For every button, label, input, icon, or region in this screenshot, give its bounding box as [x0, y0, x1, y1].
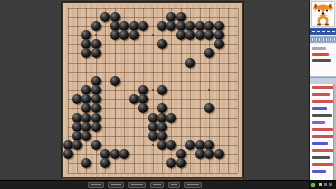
- sidebar-tab-3[interactable]: [318, 37, 321, 42]
- star-point: [152, 144, 154, 146]
- text-line: [312, 121, 325, 124]
- black-stone: [63, 149, 73, 159]
- black-stone: [204, 149, 214, 159]
- black-stone: [81, 103, 91, 113]
- black-stone: [119, 30, 129, 40]
- black-stone: [204, 103, 214, 113]
- text-line: [312, 47, 326, 50]
- text-line: [312, 107, 327, 110]
- black-stone: [100, 12, 110, 22]
- black-stone: [166, 21, 176, 31]
- text-line: [312, 128, 333, 131]
- text-line: [312, 93, 330, 96]
- black-stone: [176, 158, 186, 168]
- black-stone: [204, 30, 214, 40]
- text-line: [312, 163, 335, 166]
- black-stone: [166, 140, 176, 150]
- black-stone: [157, 39, 167, 49]
- black-stone: [119, 149, 129, 159]
- title-text: [322, 31, 325, 32]
- sidebar-tab-5[interactable]: [325, 37, 328, 42]
- black-stone: [129, 30, 139, 40]
- grid-line: [238, 8, 239, 173]
- sidebar-tab-6[interactable]: [329, 37, 332, 42]
- sidebar-tab-bar[interactable]: [310, 36, 336, 43]
- online-status-icon: [311, 183, 315, 187]
- black-stone: [100, 158, 110, 168]
- title-text: [312, 31, 315, 32]
- sidebar-tab-7[interactable]: [333, 37, 336, 42]
- toolbar-button-5[interactable]: [168, 182, 180, 188]
- title-text: [332, 31, 335, 32]
- toolbar-button-3[interactable]: [128, 182, 146, 188]
- text-line: [312, 53, 329, 56]
- app-window: [0, 0, 336, 189]
- sidebar: [309, 0, 336, 180]
- black-stone: [185, 30, 195, 40]
- text-line: [312, 149, 334, 152]
- star-point: [152, 34, 154, 36]
- black-stone: [138, 21, 148, 31]
- black-stone: [185, 140, 195, 150]
- title-text: [317, 31, 320, 32]
- black-stone: [138, 103, 148, 113]
- black-stone: [81, 113, 91, 123]
- black-stone: [157, 85, 167, 95]
- black-stone: [91, 140, 101, 150]
- status-bar: [309, 181, 336, 189]
- black-stone: [110, 76, 120, 86]
- black-stone: [166, 113, 176, 123]
- sidebar-tab-4[interactable]: [322, 37, 325, 42]
- sidebar-tab-1[interactable]: [311, 37, 314, 42]
- grid-line: [228, 8, 229, 173]
- player-info-panel: [310, 44, 336, 77]
- bottom-toolbar: [0, 180, 336, 189]
- black-stone: [91, 103, 101, 113]
- panel-divider: [310, 77, 336, 84]
- star-point: [95, 34, 97, 36]
- black-stone: [91, 48, 101, 58]
- black-stone: [214, 39, 224, 49]
- toolbar-button-2[interactable]: [108, 182, 124, 188]
- status-indicator: [324, 183, 327, 186]
- black-stone: [214, 149, 224, 159]
- toolbar-button-1[interactable]: [88, 182, 104, 188]
- text-line: [312, 114, 332, 117]
- title-text: [327, 31, 330, 32]
- toolbar-button-4[interactable]: [150, 182, 164, 188]
- black-stone: [81, 131, 91, 141]
- black-stone: [81, 48, 91, 58]
- status-indicator: [329, 183, 332, 186]
- status-indicator: [319, 183, 322, 186]
- black-stone: [81, 158, 91, 168]
- text-line: [312, 86, 334, 89]
- text-line: [312, 170, 326, 173]
- grid-line: [68, 163, 238, 164]
- fox-logo-icon: [311, 1, 335, 27]
- text-line: [312, 156, 330, 159]
- text-line: [312, 59, 331, 62]
- go-board[interactable]: [62, 2, 243, 178]
- toolbar-button-6[interactable]: [184, 182, 202, 188]
- text-line: [312, 142, 328, 145]
- black-stone: [166, 158, 176, 168]
- sidebar-tab-2[interactable]: [315, 37, 318, 42]
- sidebar-title-bar: [310, 28, 336, 35]
- black-stone: [91, 122, 101, 132]
- black-stone: [157, 103, 167, 113]
- grid-line: [68, 173, 238, 174]
- black-stone: [185, 58, 195, 68]
- star-point: [152, 89, 154, 91]
- text-line: [312, 100, 335, 103]
- black-stone: [91, 21, 101, 31]
- black-stone: [72, 140, 82, 150]
- black-stone: [204, 48, 214, 58]
